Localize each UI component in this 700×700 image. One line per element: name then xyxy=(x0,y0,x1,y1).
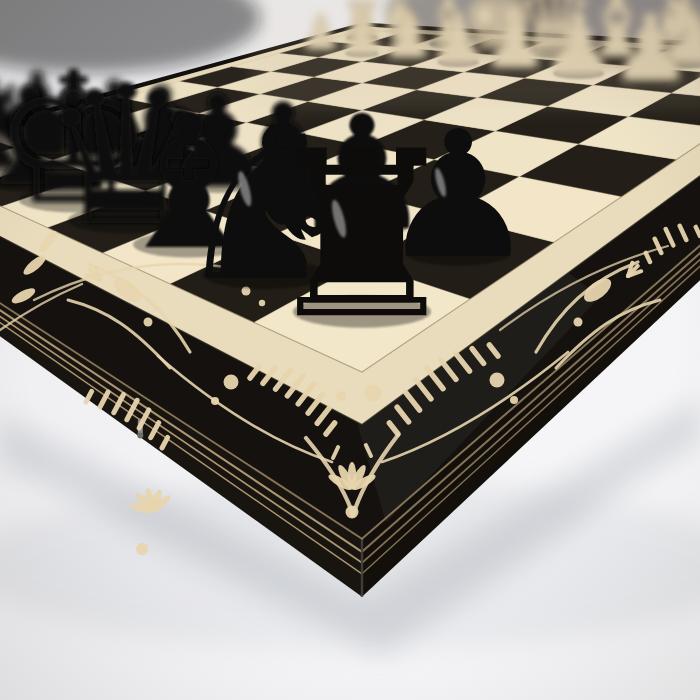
chess-set-photo: ♜♞♟♝♟♚♟♛♟♝♟♞♟♟♜♟♟♜♟♟♞♟♝♟♚♟♛♟♝♟♞♜ xyxy=(0,0,700,700)
chess-board-scene: ♜♞♟♝♟♚♟♛♟♝♟♞♟♟♜♟♟♜♟♟♞♟♝♟♚♟♛♟♝♟♞♜ xyxy=(0,0,700,700)
vignette xyxy=(0,0,700,700)
